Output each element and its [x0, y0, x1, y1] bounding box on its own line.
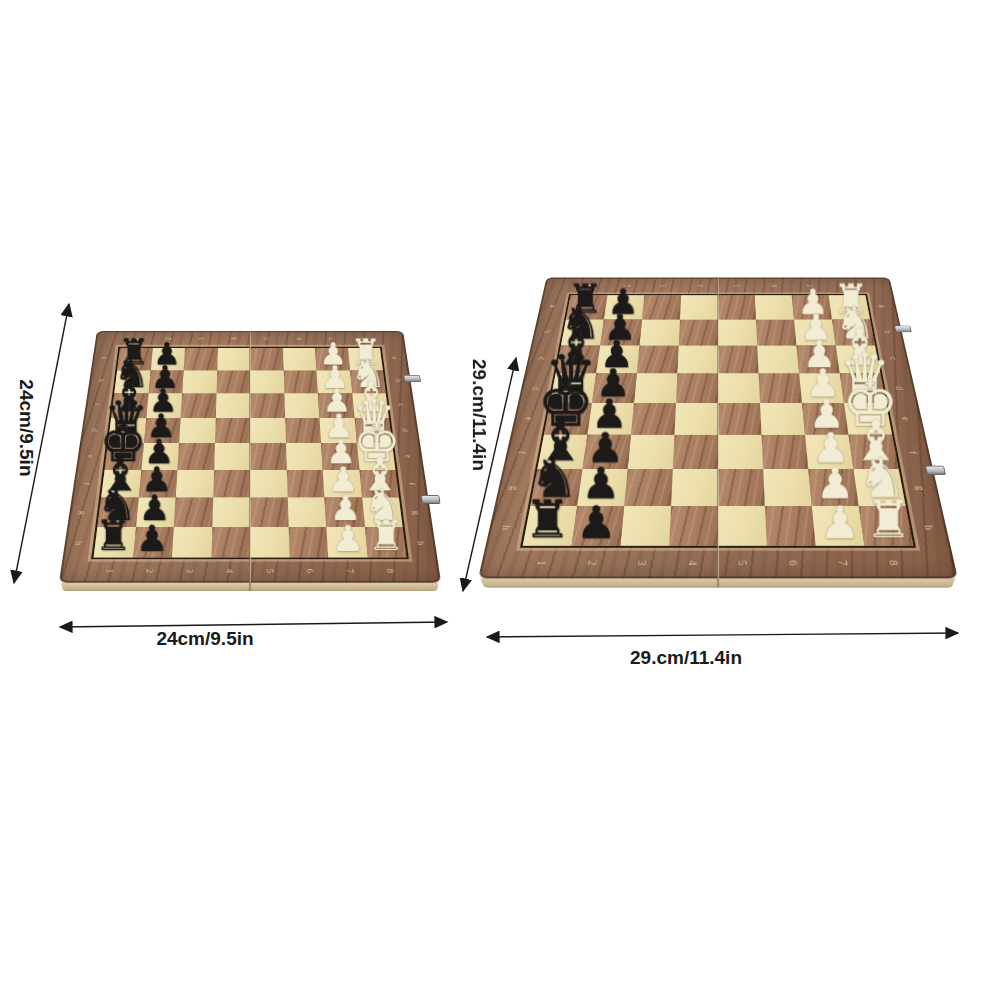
chess-board-large: 12345678 12345678 abcdefgh abcdefgh ♜♟♟♜…	[478, 278, 958, 579]
square-b3	[639, 320, 679, 346]
rank-label-5: 5	[725, 542, 762, 585]
piece-black-rook: ♜	[95, 517, 132, 556]
square-f3	[176, 470, 214, 498]
square-c3	[181, 393, 216, 417]
piece-white-pawn: ♟	[332, 522, 364, 556]
square-h2: ♟	[572, 506, 625, 546]
square-d6	[285, 418, 321, 443]
chess-set-large: 12345678 12345678 abcdefgh abcdefgh ♜♟♟♜…	[468, 228, 968, 578]
square-d3	[634, 373, 677, 403]
fold-seam	[249, 583, 251, 591]
square-h1: ♜	[94, 527, 136, 558]
square-h2: ♟	[133, 527, 174, 558]
square-b6	[283, 370, 318, 393]
metal-clasp-icon	[894, 326, 912, 333]
square-b5	[250, 370, 284, 393]
square-g4	[671, 469, 718, 506]
rank-label-2: 2	[572, 542, 613, 585]
square-c5	[718, 346, 759, 374]
square-d4	[215, 418, 251, 443]
piece-white-pawn: ♟	[820, 502, 860, 545]
square-g6	[287, 497, 326, 526]
dimension-label-small-horizontal: 24cm/9.5in	[105, 628, 305, 650]
square-d3	[179, 418, 215, 443]
square-e5	[718, 403, 762, 435]
piece-white-rook: ♜	[368, 517, 405, 556]
square-e5	[250, 443, 286, 470]
square-h7: ♟	[812, 506, 865, 546]
square-e6	[760, 403, 805, 435]
square-c3	[637, 346, 679, 374]
square-c4	[677, 346, 718, 374]
square-h3	[172, 527, 212, 558]
square-h3	[620, 506, 671, 546]
square-e3	[631, 403, 676, 435]
rank-label-6: 6	[774, 542, 813, 585]
dimension-label-small-vertical: 24cm/9.5in	[15, 338, 37, 518]
square-c4	[215, 393, 250, 417]
rank-label-7: 7	[824, 542, 865, 585]
square-a3	[642, 295, 681, 319]
square-h6	[288, 527, 328, 558]
product-photo-stage: 12345678 12345678 abcdefgh abcdefgh ♜♟♟♜…	[0, 0, 1000, 1000]
square-a5	[718, 295, 756, 319]
square-g4	[212, 497, 250, 526]
fold-seam	[249, 331, 251, 583]
piece-black-pawn: ♟	[576, 502, 616, 545]
square-f5	[718, 435, 763, 469]
square-b4	[679, 320, 718, 346]
metal-clasp-icon	[403, 375, 421, 382]
square-h8: ♜	[364, 527, 406, 558]
square-c5	[250, 393, 285, 417]
square-a6	[283, 348, 317, 370]
square-b4	[216, 370, 250, 393]
square-a6	[755, 295, 794, 319]
rank-label-8: 8	[873, 542, 916, 585]
square-a4	[217, 348, 250, 370]
chess-set-small: 12345678 12345678 abcdefgh abcdefgh ♜♟♟♜…	[40, 293, 460, 593]
square-h1: ♜	[523, 506, 578, 546]
rank-label-4: 4	[674, 542, 711, 585]
dimension-arrow-small-horizontal	[60, 622, 447, 627]
square-h7: ♟	[326, 527, 367, 558]
square-e4	[674, 403, 718, 435]
square-e4	[214, 443, 250, 470]
square-h5	[250, 527, 289, 558]
square-g6	[763, 469, 812, 506]
square-h4	[211, 527, 250, 558]
rank-label-1: 1	[520, 542, 563, 585]
square-b3	[182, 370, 217, 393]
square-g5	[250, 497, 288, 526]
dimension-label-large-horizontal: 29.cm/11.4in	[576, 647, 796, 669]
fold-seam	[717, 578, 719, 587]
square-f6	[762, 435, 809, 469]
square-d6	[759, 373, 802, 403]
dimension-label-large-vertical: 29.cm/11.4in	[468, 305, 490, 525]
dimension-arrow-large-horizontal	[487, 633, 958, 637]
chess-board-small: 12345678 12345678 abcdefgh abcdefgh ♜♟♟♜…	[59, 331, 441, 583]
square-g3	[174, 497, 213, 526]
square-e3	[177, 443, 214, 470]
square-c6	[284, 393, 319, 417]
square-h6	[765, 506, 816, 546]
square-f4	[213, 470, 250, 498]
square-f5	[250, 470, 287, 498]
piece-black-rook: ♜	[524, 496, 570, 545]
square-b5	[718, 320, 757, 346]
square-d4	[676, 373, 718, 403]
square-a4	[680, 295, 718, 319]
square-e6	[286, 443, 323, 470]
square-f4	[673, 435, 718, 469]
square-g5	[718, 469, 765, 506]
square-f6	[286, 470, 324, 498]
square-g3	[624, 469, 673, 506]
square-c6	[757, 346, 799, 374]
piece-white-rook: ♜	[865, 496, 911, 545]
square-f3	[628, 435, 675, 469]
square-b6	[756, 320, 796, 346]
square-h4	[669, 506, 718, 546]
piece-black-pawn: ♟	[136, 522, 168, 556]
square-a5	[250, 348, 283, 370]
rank-label-3: 3	[623, 542, 662, 585]
square-h5	[718, 506, 767, 546]
square-d5	[250, 418, 286, 443]
square-h8: ♜	[859, 506, 914, 546]
square-a3	[184, 348, 218, 370]
square-d5	[718, 373, 760, 403]
